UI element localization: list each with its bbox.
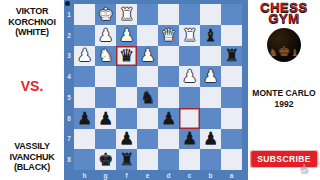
black-pawn-g6: ♟ — [98, 110, 113, 127]
white-pawn-b4: ♟ — [203, 68, 218, 85]
square-e2 — [137, 25, 158, 46]
square-b1 — [200, 4, 221, 25]
file-labels: hgfedcba — [74, 170, 242, 180]
white-pawn-g2: ♟ — [98, 27, 113, 44]
file-label-h: h — [74, 170, 95, 180]
white-pawn-e3: ♟ — [140, 47, 155, 64]
square-d6: ♟ — [158, 108, 179, 129]
file-label-g: g — [95, 170, 116, 180]
square-f5 — [116, 87, 137, 108]
square-a6 — [221, 108, 242, 129]
rank-label-1: 1 — [64, 4, 74, 25]
square-g8: ♚ — [95, 149, 116, 170]
square-g2: ♟ — [95, 25, 116, 46]
square-a4 — [221, 66, 242, 87]
square-h3: ♟ — [74, 46, 95, 67]
white-rook-c2: ♜ — [182, 27, 197, 44]
board-squares: ♚♜♟♟♛♜♝♟♞♛♟♜♟♟♞♟♟♟♟♟♟♚♜ — [74, 4, 242, 170]
square-b7: ♟ — [200, 129, 221, 150]
square-f1: ♜ — [116, 4, 137, 25]
file-label-c: c — [179, 170, 200, 180]
square-b8 — [200, 149, 221, 170]
rank-label-4: 4 — [64, 66, 74, 87]
black-pawn-h6: ♟ — [77, 110, 92, 127]
event-year: 1992 — [248, 99, 320, 110]
black-king-g8: ♚ — [98, 151, 113, 168]
left-panel: VIKTOR KORCHNOI (WHITE) VS. VASSILY IVAN… — [0, 0, 64, 180]
vs-label: VS. — [0, 78, 64, 94]
right-panel: CHESS GYM ♞ ♚ ♝ MONTE CARLO 1992 SUBSCRI… — [248, 0, 320, 180]
square-d4 — [158, 66, 179, 87]
square-b4: ♟ — [200, 66, 221, 87]
black-rook-f8: ♜ — [119, 151, 134, 168]
square-a2 — [221, 25, 242, 46]
square-h2 — [74, 25, 95, 46]
logo-bishop-icon: ♝ — [290, 48, 299, 58]
square-f4 — [116, 66, 137, 87]
square-e4 — [137, 66, 158, 87]
rank-label-3: 3 — [64, 46, 74, 67]
channel-brand: CHESS GYM — [248, 2, 320, 24]
file-label-b: b — [200, 170, 221, 180]
square-g4 — [95, 66, 116, 87]
file-label-d: d — [158, 170, 179, 180]
black-queen-f3: ♛ — [119, 47, 134, 64]
square-d2: ♛ — [158, 25, 179, 46]
logo-king-icon: ♚ — [278, 44, 291, 58]
square-h4 — [74, 66, 95, 87]
square-b6 — [200, 108, 221, 129]
square-d3 — [158, 46, 179, 67]
square-g5 — [95, 87, 116, 108]
square-b2: ♝ — [200, 25, 221, 46]
black-pawn-c7: ♟ — [182, 130, 197, 147]
square-c5 — [179, 87, 200, 108]
square-a7 — [221, 129, 242, 150]
black-rook-a3: ♜ — [224, 47, 239, 64]
square-c3 — [179, 46, 200, 67]
white-player-line-1: VIKTOR — [0, 6, 64, 17]
square-e5: ♞ — [137, 87, 158, 108]
square-c4: ♟ — [179, 66, 200, 87]
white-player-name: VIKTOR KORCHNOI (WHITE) — [0, 6, 64, 38]
rank-label-5: 5 — [64, 87, 74, 108]
square-c6 — [179, 108, 200, 129]
square-c8 — [179, 149, 200, 170]
square-d8 — [158, 149, 179, 170]
square-d1 — [158, 4, 179, 25]
logo-knight-icon: ♞ — [269, 48, 278, 58]
black-player-line-2: IVANCHUK — [0, 152, 64, 163]
square-c1 — [179, 4, 200, 25]
white-knight-g3: ♞ — [98, 47, 113, 64]
video-thumbnail: VIKTOR KORCHNOI (WHITE) VS. VASSILY IVAN… — [0, 0, 320, 180]
white-queen-d2: ♛ — [161, 27, 176, 44]
black-player-name: VASSILY IVANCHUK (BLACK) — [0, 141, 64, 173]
square-h5 — [74, 87, 95, 108]
square-a5 — [221, 87, 242, 108]
white-pawn-c4: ♟ — [182, 68, 197, 85]
black-player-line-1: VASSILY — [0, 141, 64, 152]
square-f2: ♟ — [116, 25, 137, 46]
square-a1 — [221, 4, 242, 25]
black-bishop-b2: ♝ — [203, 27, 218, 44]
square-h6: ♟ — [74, 108, 95, 129]
square-e1 — [137, 4, 158, 25]
square-h1 — [74, 4, 95, 25]
file-label-e: e — [137, 170, 158, 180]
black-pawn-d6: ♟ — [161, 110, 176, 127]
rank-label-2: 2 — [64, 25, 74, 46]
square-e3: ♟ — [137, 46, 158, 67]
rank-label-6: 6 — [64, 108, 74, 129]
square-e8 — [137, 149, 158, 170]
square-d7 — [158, 129, 179, 150]
square-b5 — [200, 87, 221, 108]
brand-line-2: GYM — [248, 13, 320, 24]
square-f7: ♟ — [116, 129, 137, 150]
square-c7: ♟ — [179, 129, 200, 150]
square-c2: ♜ — [179, 25, 200, 46]
file-label-f: f — [116, 170, 137, 180]
square-f6 — [116, 108, 137, 129]
chess-gym-logo: ♞ ♚ ♝ — [267, 28, 301, 62]
square-g7 — [95, 129, 116, 150]
rank-label-7: 7 — [64, 129, 74, 150]
rank-label-8: 8 — [64, 149, 74, 170]
black-pawn-b7: ♟ — [203, 130, 218, 147]
square-a8 — [221, 149, 242, 170]
white-pawn-h3: ♟ — [77, 47, 92, 64]
white-rook-f1: ♜ — [119, 6, 134, 23]
event-info: MONTE CARLO 1992 — [248, 88, 320, 109]
square-d5 — [158, 87, 179, 108]
black-pawn-f7: ♟ — [119, 130, 134, 147]
subscribe-button[interactable]: SUBSCRIBE ☝ — [250, 150, 318, 168]
square-g1: ♚ — [95, 4, 116, 25]
square-h8 — [74, 149, 95, 170]
square-e6 — [137, 108, 158, 129]
black-player-line-3: (BLACK) — [0, 162, 64, 173]
event-name: MONTE CARLO — [248, 88, 320, 99]
white-pawn-f2: ♟ — [119, 27, 134, 44]
rank-labels: 12345678 — [64, 4, 74, 170]
square-e7 — [137, 129, 158, 150]
white-player-line-2: KORCHNOI — [0, 17, 64, 28]
square-f8: ♜ — [116, 149, 137, 170]
square-h7 — [74, 129, 95, 150]
white-player-line-3: (WHITE) — [0, 27, 64, 38]
file-label-a: a — [221, 170, 242, 180]
black-knight-e5: ♞ — [140, 89, 155, 106]
square-a3: ♜ — [221, 46, 242, 67]
white-king-g1: ♚ — [98, 6, 113, 23]
square-g3: ♞ — [95, 46, 116, 67]
square-b3 — [200, 46, 221, 67]
square-f3: ♛ — [116, 46, 137, 67]
square-g6: ♟ — [95, 108, 116, 129]
chess-board: 12345678 ♚♜♟♟♛♜♝♟♞♛♟♜♟♟♞♟♟♟♟♟♟♚♜ hgfedcb… — [64, 0, 248, 180]
